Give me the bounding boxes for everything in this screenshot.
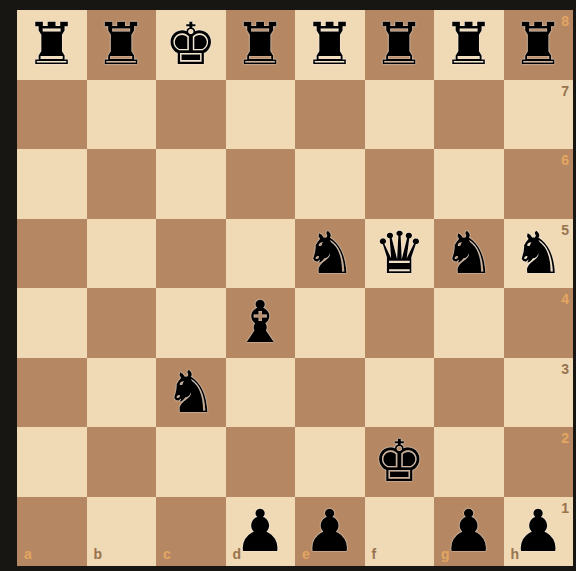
rank-label-2: 2 [561, 430, 569, 446]
square-e2[interactable] [295, 427, 365, 497]
square-g4[interactable] [434, 288, 504, 358]
square-h5[interactable]: 5♞ [504, 219, 574, 289]
piece-black-rook-f8[interactable]: ♜ [365, 10, 435, 80]
square-g7[interactable] [434, 80, 504, 150]
chess-board: ♜♜♚♜♜♜♜8♜76♞♛♞5♞♝4♞3♚2abcd♟e♟fg♟1h♟ [17, 10, 573, 566]
square-f4[interactable] [365, 288, 435, 358]
square-f7[interactable] [365, 80, 435, 150]
square-h8[interactable]: 8♜ [504, 10, 574, 80]
square-b2[interactable] [87, 427, 157, 497]
piece-black-rook-a8[interactable]: ♜ [17, 10, 87, 80]
piece-black-king-f2[interactable]: ♚ [365, 427, 435, 497]
square-c5[interactable] [156, 219, 226, 289]
square-h3[interactable]: 3 [504, 358, 574, 428]
square-e8[interactable]: ♜ [295, 10, 365, 80]
chess-board-container: ♜♜♚♜♜♜♜8♜76♞♛♞5♞♝4♞3♚2abcd♟e♟fg♟1h♟ [17, 10, 573, 566]
square-a4[interactable] [17, 288, 87, 358]
square-a2[interactable] [17, 427, 87, 497]
piece-black-knight-e5[interactable]: ♞ [295, 219, 365, 289]
square-b8[interactable]: ♜ [87, 10, 157, 80]
square-h1[interactable]: 1h♟ [504, 497, 574, 567]
square-f5[interactable]: ♛ [365, 219, 435, 289]
square-g2[interactable] [434, 427, 504, 497]
piece-black-knight-g5[interactable]: ♞ [434, 219, 504, 289]
square-c3[interactable]: ♞ [156, 358, 226, 428]
piece-black-pawn-d1[interactable]: ♟ [226, 497, 296, 567]
piece-black-knight-h5[interactable]: ♞ [504, 219, 574, 289]
square-f3[interactable] [365, 358, 435, 428]
square-d5[interactable] [226, 219, 296, 289]
square-e6[interactable] [295, 149, 365, 219]
square-c2[interactable] [156, 427, 226, 497]
square-e1[interactable]: e♟ [295, 497, 365, 567]
piece-black-bishop-d4[interactable]: ♝ [226, 288, 296, 358]
square-e5[interactable]: ♞ [295, 219, 365, 289]
square-a5[interactable] [17, 219, 87, 289]
piece-black-rook-h8[interactable]: ♜ [504, 10, 574, 80]
piece-black-knight-c3[interactable]: ♞ [156, 358, 226, 428]
piece-black-rook-e8[interactable]: ♜ [295, 10, 365, 80]
square-d4[interactable]: ♝ [226, 288, 296, 358]
square-f2[interactable]: ♚ [365, 427, 435, 497]
square-c6[interactable] [156, 149, 226, 219]
piece-black-queen-f5[interactable]: ♛ [365, 219, 435, 289]
square-g8[interactable]: ♜ [434, 10, 504, 80]
rank-label-7: 7 [561, 83, 569, 99]
square-g5[interactable]: ♞ [434, 219, 504, 289]
square-c1[interactable]: c [156, 497, 226, 567]
rank-label-6: 6 [561, 152, 569, 168]
square-f8[interactable]: ♜ [365, 10, 435, 80]
square-b4[interactable] [87, 288, 157, 358]
square-f6[interactable] [365, 149, 435, 219]
piece-black-pawn-h1[interactable]: ♟ [504, 497, 574, 567]
square-d8[interactable]: ♜ [226, 10, 296, 80]
square-e4[interactable] [295, 288, 365, 358]
square-g3[interactable] [434, 358, 504, 428]
square-d6[interactable] [226, 149, 296, 219]
piece-black-rook-d8[interactable]: ♜ [226, 10, 296, 80]
square-h7[interactable]: 7 [504, 80, 574, 150]
file-label-a: a [24, 546, 32, 562]
square-a7[interactable] [17, 80, 87, 150]
square-d7[interactable] [226, 80, 296, 150]
rank-label-4: 4 [561, 291, 569, 307]
piece-black-rook-g8[interactable]: ♜ [434, 10, 504, 80]
piece-black-rook-b8[interactable]: ♜ [87, 10, 157, 80]
square-d1[interactable]: d♟ [226, 497, 296, 567]
rank-label-3: 3 [561, 361, 569, 377]
square-h6[interactable]: 6 [504, 149, 574, 219]
square-b3[interactable] [87, 358, 157, 428]
square-g6[interactable] [434, 149, 504, 219]
square-b1[interactable]: b [87, 497, 157, 567]
square-e7[interactable] [295, 80, 365, 150]
square-f1[interactable]: f [365, 497, 435, 567]
file-label-c: c [163, 546, 171, 562]
file-label-b: b [94, 546, 103, 562]
piece-black-pawn-g1[interactable]: ♟ [434, 497, 504, 567]
square-h4[interactable]: 4 [504, 288, 574, 358]
square-a8[interactable]: ♜ [17, 10, 87, 80]
square-c4[interactable] [156, 288, 226, 358]
square-b7[interactable] [87, 80, 157, 150]
square-h2[interactable]: 2 [504, 427, 574, 497]
square-c8[interactable]: ♚ [156, 10, 226, 80]
square-b6[interactable] [87, 149, 157, 219]
square-g1[interactable]: g♟ [434, 497, 504, 567]
square-e3[interactable] [295, 358, 365, 428]
square-b5[interactable] [87, 219, 157, 289]
square-a1[interactable]: a [17, 497, 87, 567]
square-d3[interactable] [226, 358, 296, 428]
file-label-f: f [372, 546, 377, 562]
piece-black-king-c8[interactable]: ♚ [156, 10, 226, 80]
square-d2[interactable] [226, 427, 296, 497]
square-a6[interactable] [17, 149, 87, 219]
square-a3[interactable] [17, 358, 87, 428]
piece-black-pawn-e1[interactable]: ♟ [295, 497, 365, 567]
square-c7[interactable] [156, 80, 226, 150]
